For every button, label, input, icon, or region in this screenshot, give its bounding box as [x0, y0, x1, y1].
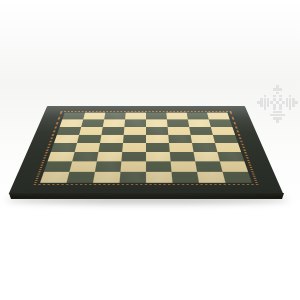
square-a5 [54, 135, 79, 143]
square-h6 [211, 127, 235, 135]
product-photo [0, 0, 300, 300]
square-e5 [146, 135, 169, 143]
square-b2 [69, 161, 96, 171]
square-b1 [67, 172, 95, 183]
square-e2 [146, 161, 172, 171]
square-c1 [93, 172, 120, 183]
square-f5 [168, 135, 192, 143]
square-f6 [168, 127, 191, 135]
square-f7 [167, 119, 189, 126]
square-d2 [120, 161, 146, 171]
square-h5 [213, 135, 238, 143]
square-h3 [217, 152, 244, 162]
square-d5 [123, 135, 146, 143]
square-d7 [124, 119, 146, 126]
square-f3 [170, 152, 195, 162]
square-g6 [189, 127, 213, 135]
square-f4 [169, 143, 194, 152]
square-h2 [220, 161, 248, 171]
square-e4 [146, 143, 170, 152]
square-a6 [57, 127, 81, 135]
square-e6 [146, 127, 168, 135]
square-f8 [166, 113, 188, 120]
square-c6 [101, 127, 124, 135]
square-h1 [223, 172, 252, 183]
square-d8 [125, 113, 146, 120]
square-h4 [215, 143, 241, 152]
square-a2 [44, 161, 72, 171]
square-h7 [209, 119, 233, 126]
square-c5 [100, 135, 124, 143]
square-c3 [97, 152, 122, 162]
square-e3 [146, 152, 171, 162]
square-b3 [72, 152, 98, 162]
pixel-chess-pawn-medallion-logo-icon [257, 84, 298, 124]
square-e7 [146, 119, 168, 126]
board-shadow [6, 196, 289, 204]
square-c4 [98, 143, 123, 152]
square-b7 [81, 119, 104, 126]
square-e1 [146, 172, 172, 183]
square-b8 [83, 113, 105, 120]
square-b5 [77, 135, 101, 143]
square-g2 [195, 161, 222, 171]
square-g3 [194, 152, 220, 162]
square-a7 [60, 119, 84, 126]
square-c7 [103, 119, 125, 126]
square-g8 [187, 113, 209, 120]
board-scene [0, 0, 300, 300]
square-d4 [122, 143, 146, 152]
square-d1 [120, 172, 146, 183]
square-a8 [62, 113, 85, 120]
square-a1 [40, 172, 69, 183]
square-d6 [124, 127, 146, 135]
square-g1 [197, 172, 225, 183]
square-g4 [192, 143, 217, 152]
square-b4 [75, 143, 100, 152]
square-h8 [207, 113, 230, 120]
square-f2 [171, 161, 197, 171]
square-d3 [121, 152, 146, 162]
square-c8 [104, 113, 126, 120]
square-b6 [79, 127, 103, 135]
inlay-border [33, 111, 258, 185]
square-a4 [51, 143, 77, 152]
square-g7 [188, 119, 211, 126]
square-g5 [191, 135, 215, 143]
square-a3 [48, 152, 75, 162]
square-f1 [172, 172, 199, 183]
square-e8 [146, 113, 167, 120]
chess-board [8, 106, 283, 195]
board-grid [40, 113, 252, 183]
square-c2 [95, 161, 121, 171]
